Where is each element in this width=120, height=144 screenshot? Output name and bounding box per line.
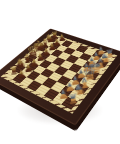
chess-set-photo: ♜♞♝♛♚♝♞♜♟♟♟♟♟♟♟♟♟♟♟♟♟♟♟♟♜♞♝♛♚♝♞♜ [0,0,120,144]
rook-glyph: ♜ [61,91,84,106]
piece-white-rook[interactable]: ♜ [61,91,84,106]
square-a1[interactable]: ♜ [62,97,78,110]
